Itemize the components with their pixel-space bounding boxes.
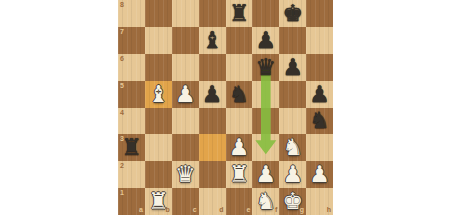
square-a2[interactable]: 2 — [118, 161, 145, 188]
square-b6[interactable] — [145, 54, 172, 81]
white-bishop-icon[interactable]: ♝ — [145, 81, 172, 108]
black-pawn-icon[interactable]: ♟ — [252, 27, 279, 54]
square-f5[interactable] — [252, 81, 279, 108]
white-rook-icon[interactable]: ♜ — [145, 188, 172, 215]
black-bishop-icon[interactable]: ♝ — [199, 27, 226, 54]
square-g5[interactable] — [279, 81, 306, 108]
rank-label-2: 2 — [120, 162, 124, 170]
black-knight-icon[interactable]: ♞ — [226, 81, 253, 108]
square-c3[interactable] — [172, 134, 199, 161]
square-e7[interactable] — [226, 27, 253, 54]
square-a6[interactable]: 6 — [118, 54, 145, 81]
page-background: 87654321abcdefgh ♜♚♝♟♛♟♝♟♟♞♟♞♜♟♞♛♜♟♟♟♜♞♚ — [0, 0, 450, 215]
chess-board: 87654321abcdefgh ♜♚♝♟♛♟♝♟♟♞♟♞♜♟♞♛♜♟♟♟♜♞♚ — [118, 0, 333, 215]
white-king-icon[interactable]: ♚ — [279, 188, 306, 215]
square-g4[interactable] — [279, 108, 306, 135]
square-b3[interactable] — [145, 134, 172, 161]
square-c1[interactable]: c — [172, 188, 199, 215]
white-knight-icon[interactable]: ♞ — [279, 134, 306, 161]
square-h6[interactable] — [306, 54, 333, 81]
square-d3[interactable] — [199, 134, 226, 161]
white-pawn-icon[interactable]: ♟ — [172, 81, 199, 108]
square-h8[interactable] — [306, 0, 333, 27]
square-h7[interactable] — [306, 27, 333, 54]
black-king-icon[interactable]: ♚ — [279, 0, 306, 27]
square-b2[interactable] — [145, 161, 172, 188]
rank-label-6: 6 — [120, 55, 124, 63]
white-knight-icon[interactable]: ♞ — [252, 188, 279, 215]
square-c6[interactable] — [172, 54, 199, 81]
white-pawn-icon[interactable]: ♟ — [306, 161, 333, 188]
file-label-h: h — [327, 206, 331, 214]
rank-label-7: 7 — [120, 28, 124, 36]
square-f8[interactable] — [252, 0, 279, 27]
square-e6[interactable] — [226, 54, 253, 81]
black-knight-icon[interactable]: ♞ — [306, 108, 333, 135]
square-d8[interactable] — [199, 0, 226, 27]
square-h3[interactable] — [306, 134, 333, 161]
black-queen-icon[interactable]: ♛ — [252, 54, 279, 81]
rank-label-8: 8 — [120, 1, 124, 9]
square-f4[interactable] — [252, 108, 279, 135]
file-label-a: a — [139, 206, 143, 214]
file-label-d: d — [219, 206, 223, 214]
square-a8[interactable]: 8 — [118, 0, 145, 27]
square-c7[interactable] — [172, 27, 199, 54]
white-pawn-icon[interactable]: ♟ — [279, 161, 306, 188]
white-rook-icon[interactable]: ♜ — [226, 161, 253, 188]
black-rook-icon[interactable]: ♜ — [226, 0, 253, 27]
square-b8[interactable] — [145, 0, 172, 27]
rank-label-5: 5 — [120, 82, 124, 90]
square-e1[interactable]: e — [226, 188, 253, 215]
black-pawn-icon[interactable]: ♟ — [306, 81, 333, 108]
white-queen-icon[interactable]: ♛ — [172, 161, 199, 188]
black-pawn-icon[interactable]: ♟ — [279, 54, 306, 81]
square-h1[interactable]: h — [306, 188, 333, 215]
file-label-c: c — [193, 206, 197, 214]
square-d6[interactable] — [199, 54, 226, 81]
square-c4[interactable] — [172, 108, 199, 135]
rank-label-1: 1 — [120, 189, 124, 197]
square-d2[interactable] — [199, 161, 226, 188]
square-c8[interactable] — [172, 0, 199, 27]
square-a7[interactable]: 7 — [118, 27, 145, 54]
white-pawn-icon[interactable]: ♟ — [252, 161, 279, 188]
white-pawn-icon[interactable]: ♟ — [226, 134, 253, 161]
rank-label-4: 4 — [120, 109, 124, 117]
file-label-e: e — [246, 206, 250, 214]
square-e4[interactable] — [226, 108, 253, 135]
black-rook-icon[interactable]: ♜ — [118, 134, 145, 161]
square-a1[interactable]: 1a — [118, 188, 145, 215]
square-d4[interactable] — [199, 108, 226, 135]
black-pawn-icon[interactable]: ♟ — [199, 81, 226, 108]
square-f3[interactable] — [252, 134, 279, 161]
square-a4[interactable]: 4 — [118, 108, 145, 135]
square-b4[interactable] — [145, 108, 172, 135]
square-a5[interactable]: 5 — [118, 81, 145, 108]
square-g7[interactable] — [279, 27, 306, 54]
square-d1[interactable]: d — [199, 188, 226, 215]
square-b7[interactable] — [145, 27, 172, 54]
